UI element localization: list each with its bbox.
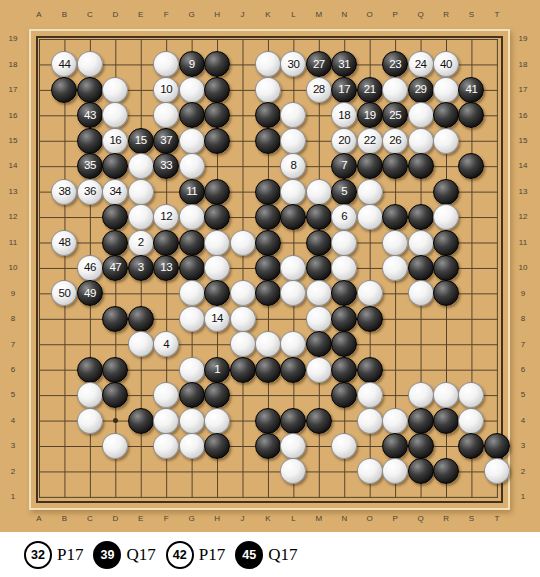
black-stone-O6	[357, 357, 383, 383]
column-label-bottom-K: K	[255, 514, 280, 523]
column-labels-bottom: ABCDEFGHJKLMNOPQRST	[26, 514, 509, 523]
column-label-top-T: T	[484, 10, 509, 19]
black-stone-O17: 21	[357, 77, 383, 103]
caption-move-32-coord: P17	[57, 545, 83, 565]
go-board: 4493027312324401028172129414318192516153…	[26, 26, 509, 509]
white-stone-C13: 36	[77, 179, 103, 205]
caption-move-45-stone: 45	[235, 541, 263, 569]
caption-move-42-stone: 42	[166, 541, 194, 569]
row-label-right-16: 16	[512, 103, 534, 128]
white-stone-M6	[306, 357, 332, 383]
black-stone-P18: 23	[382, 51, 408, 77]
column-label-bottom-F: F	[153, 514, 178, 523]
column-label-bottom-B: B	[52, 514, 77, 523]
black-stone-K4	[255, 408, 281, 434]
white-stone-L9	[280, 280, 306, 306]
black-stone-P3	[382, 433, 408, 459]
white-stone-D13: 34	[102, 179, 128, 205]
row-label-left-4: 4	[2, 408, 24, 433]
black-stone-G5	[179, 382, 205, 408]
row-label-right-17: 17	[512, 77, 534, 102]
black-stone-M10	[306, 255, 332, 281]
column-label-top-B: B	[52, 10, 77, 19]
white-stone-G15	[179, 128, 205, 154]
black-stone-Q2	[408, 458, 434, 484]
black-stone-F10: 13	[153, 255, 179, 281]
white-stone-H8: 14	[204, 306, 230, 332]
white-stone-M8	[306, 306, 332, 332]
white-stone-E13	[128, 179, 154, 205]
black-stone-L4	[280, 408, 306, 434]
caption-move-45-coord: Q17	[268, 545, 297, 565]
black-stone-E15: 15	[128, 128, 154, 154]
white-stone-L15	[280, 128, 306, 154]
black-stone-R13	[433, 179, 459, 205]
black-stone-H16	[204, 102, 230, 128]
black-stone-N18: 31	[331, 51, 357, 77]
black-stone-N17: 17	[331, 77, 357, 103]
white-stone-M17: 28	[306, 77, 332, 103]
row-label-right-15: 15	[512, 128, 534, 153]
row-label-left-6: 6	[2, 357, 24, 382]
black-stone-D10: 47	[102, 255, 128, 281]
white-stone-O9	[357, 280, 383, 306]
white-stone-H11	[204, 230, 230, 256]
column-label-top-A: A	[26, 10, 51, 19]
black-stone-T3	[484, 433, 510, 459]
black-stone-L6	[280, 357, 306, 383]
black-stone-M4	[306, 408, 332, 434]
black-stone-Q12	[408, 204, 434, 230]
white-stone-Q15	[408, 128, 434, 154]
white-stone-R15	[433, 128, 459, 154]
row-label-left-17: 17	[2, 77, 24, 102]
black-stone-N14: 7	[331, 153, 357, 179]
white-stone-N12: 6	[331, 204, 357, 230]
column-label-bottom-Q: Q	[408, 514, 433, 523]
row-label-left-5: 5	[2, 382, 24, 407]
row-label-left-18: 18	[2, 52, 24, 77]
black-stone-M12	[306, 204, 332, 230]
black-stone-N6	[331, 357, 357, 383]
white-stone-Q16	[408, 102, 434, 128]
black-stone-K15	[255, 128, 281, 154]
white-stone-T2	[484, 458, 510, 484]
white-stone-R17	[433, 77, 459, 103]
black-stone-N9	[331, 280, 357, 306]
white-stone-P2	[382, 458, 408, 484]
black-stone-G13: 11	[179, 179, 205, 205]
black-stone-O8	[357, 306, 383, 332]
white-stone-M9	[306, 280, 332, 306]
black-stone-N5	[331, 382, 357, 408]
column-label-top-R: R	[433, 10, 458, 19]
column-label-bottom-O: O	[357, 514, 382, 523]
black-stone-R10	[433, 255, 459, 281]
black-stone-N8	[331, 306, 357, 332]
row-label-right-19: 19	[512, 26, 534, 51]
black-stone-H3	[204, 433, 230, 459]
black-stone-O16: 19	[357, 102, 383, 128]
white-stone-D17	[102, 77, 128, 103]
column-label-bottom-M: M	[306, 514, 331, 523]
black-stone-D11	[102, 230, 128, 256]
row-label-left-10: 10	[2, 255, 24, 280]
column-label-top-O: O	[357, 10, 382, 19]
caption-move-39-stone: 39	[93, 541, 121, 569]
column-label-top-E: E	[128, 10, 153, 19]
row-label-right-12: 12	[512, 204, 534, 229]
column-label-bottom-P: P	[382, 514, 407, 523]
white-stone-E12	[128, 204, 154, 230]
white-stone-L18: 30	[280, 51, 306, 77]
column-label-bottom-D: D	[103, 514, 128, 523]
black-stone-C15	[77, 128, 103, 154]
row-label-right-4: 4	[512, 408, 534, 433]
white-stone-S5	[458, 382, 484, 408]
column-label-bottom-L: L	[281, 514, 306, 523]
white-stone-G4	[179, 408, 205, 434]
white-stone-L7	[280, 331, 306, 357]
white-stone-C18	[77, 51, 103, 77]
column-label-bottom-A: A	[26, 514, 51, 523]
white-stone-P4	[382, 408, 408, 434]
white-stone-Q11	[408, 230, 434, 256]
black-stone-L12	[280, 204, 306, 230]
black-stone-Q10	[408, 255, 434, 281]
black-stone-K3	[255, 433, 281, 459]
row-label-right-7: 7	[512, 332, 534, 357]
move-caption: 32P1739Q1742P1745Q17	[0, 532, 540, 577]
black-stone-G11	[179, 230, 205, 256]
caption-move-32-stone: 32	[24, 541, 52, 569]
black-stone-O14	[357, 153, 383, 179]
white-stone-R18: 40	[433, 51, 459, 77]
column-label-top-N: N	[332, 10, 357, 19]
white-stone-B9: 50	[51, 280, 77, 306]
black-stone-R16	[433, 102, 459, 128]
white-stone-G6	[179, 357, 205, 383]
column-label-bottom-N: N	[332, 514, 357, 523]
white-stone-P15: 26	[382, 128, 408, 154]
row-label-right-2: 2	[512, 459, 534, 484]
white-stone-O5	[357, 382, 383, 408]
white-stone-K18	[255, 51, 281, 77]
row-label-left-12: 12	[2, 204, 24, 229]
row-labels-left: 19181716151413121110987654321	[2, 26, 24, 509]
row-label-left-3: 3	[2, 433, 24, 458]
row-label-right-11: 11	[512, 230, 534, 255]
black-stone-M11	[306, 230, 332, 256]
white-stone-F17: 10	[153, 77, 179, 103]
column-label-bottom-R: R	[433, 514, 458, 523]
caption-move-39-coord: Q17	[126, 545, 155, 565]
white-stone-N3	[331, 433, 357, 459]
column-label-top-J: J	[230, 10, 255, 19]
black-stone-D8	[102, 306, 128, 332]
white-stone-F3	[153, 433, 179, 459]
black-stone-S17: 41	[458, 77, 484, 103]
row-label-left-7: 7	[2, 332, 24, 357]
white-stone-O2	[357, 458, 383, 484]
black-stone-E4	[128, 408, 154, 434]
row-label-left-9: 9	[2, 281, 24, 306]
white-stone-H10	[204, 255, 230, 281]
black-stone-D5	[102, 382, 128, 408]
row-label-right-14: 14	[512, 153, 534, 178]
row-label-left-19: 19	[2, 26, 24, 51]
row-label-right-1: 1	[512, 484, 534, 509]
caption-move-42-coord: P17	[199, 545, 225, 565]
black-stone-H15	[204, 128, 230, 154]
column-label-top-P: P	[382, 10, 407, 19]
white-stone-N11	[331, 230, 357, 256]
column-label-top-Q: Q	[408, 10, 433, 19]
black-stone-B17	[51, 77, 77, 103]
black-stone-K11	[255, 230, 281, 256]
black-stone-N7	[331, 331, 357, 357]
black-stone-S16	[458, 102, 484, 128]
white-stone-O13	[357, 179, 383, 205]
white-stone-F16	[153, 102, 179, 128]
white-stone-G12	[179, 204, 205, 230]
white-stone-E14	[128, 153, 154, 179]
row-label-right-8: 8	[512, 306, 534, 331]
white-stone-L2	[280, 458, 306, 484]
column-label-top-L: L	[281, 10, 306, 19]
white-stone-G14	[179, 153, 205, 179]
black-stone-E8	[128, 306, 154, 332]
white-stone-L10	[280, 255, 306, 281]
black-stone-D6	[102, 357, 128, 383]
black-stone-M7	[306, 331, 332, 357]
column-labels-top: ABCDEFGHJKLMNOPQRST	[26, 10, 509, 19]
column-label-top-H: H	[204, 10, 229, 19]
white-stone-C4	[77, 408, 103, 434]
column-label-bottom-G: G	[179, 514, 204, 523]
column-label-top-S: S	[459, 10, 484, 19]
white-stone-J7	[230, 331, 256, 357]
white-stone-R5	[433, 382, 459, 408]
black-stone-K13	[255, 179, 281, 205]
white-stone-R12	[433, 204, 459, 230]
black-stone-C17	[77, 77, 103, 103]
column-label-bottom-E: E	[128, 514, 153, 523]
white-stone-D16	[102, 102, 128, 128]
white-stone-P17	[382, 77, 408, 103]
white-stone-F18	[153, 51, 179, 77]
black-stone-F15: 37	[153, 128, 179, 154]
black-stone-G10	[179, 255, 205, 281]
row-label-left-1: 1	[2, 484, 24, 509]
white-stone-F5	[153, 382, 179, 408]
white-stone-S4	[458, 408, 484, 434]
column-label-bottom-C: C	[77, 514, 102, 523]
row-label-right-13: 13	[512, 179, 534, 204]
black-stone-H13	[204, 179, 230, 205]
white-stone-L3	[280, 433, 306, 459]
black-stone-E10: 3	[128, 255, 154, 281]
black-stone-K16	[255, 102, 281, 128]
black-stone-C6	[77, 357, 103, 383]
white-stone-J8	[230, 306, 256, 332]
row-label-left-8: 8	[2, 306, 24, 331]
black-stone-J6	[230, 357, 256, 383]
white-stone-E7	[128, 331, 154, 357]
black-stone-H18	[204, 51, 230, 77]
white-stone-O4	[357, 408, 383, 434]
column-label-top-C: C	[77, 10, 102, 19]
white-stone-L16	[280, 102, 306, 128]
black-stone-C9: 49	[77, 280, 103, 306]
white-stone-D3	[102, 433, 128, 459]
black-stone-N13: 5	[331, 179, 357, 205]
go-diagram: ABCDEFGHJKLMNOPQRST ABCDEFGHJKLMNOPQRST …	[0, 0, 540, 577]
black-stone-R9	[433, 280, 459, 306]
black-stone-P14	[382, 153, 408, 179]
white-stone-O12	[357, 204, 383, 230]
row-label-left-11: 11	[2, 230, 24, 255]
white-stone-L13	[280, 179, 306, 205]
column-label-top-M: M	[306, 10, 331, 19]
white-stone-J9	[230, 280, 256, 306]
white-stone-G3	[179, 433, 205, 459]
row-labels-right: 19181716151413121110987654321	[512, 26, 534, 509]
black-stone-K12	[255, 204, 281, 230]
white-stone-N16: 18	[331, 102, 357, 128]
white-stone-F4	[153, 408, 179, 434]
column-label-top-G: G	[179, 10, 204, 19]
black-stone-F14: 33	[153, 153, 179, 179]
black-stone-K10	[255, 255, 281, 281]
row-label-left-16: 16	[2, 103, 24, 128]
white-stone-D15: 16	[102, 128, 128, 154]
black-stone-Q4	[408, 408, 434, 434]
row-label-left-14: 14	[2, 153, 24, 178]
white-stone-L14: 8	[280, 153, 306, 179]
column-label-bottom-J: J	[230, 514, 255, 523]
white-stone-G9	[179, 280, 205, 306]
white-stone-G8	[179, 306, 205, 332]
black-stone-Q17: 29	[408, 77, 434, 103]
white-stone-F7: 4	[153, 331, 179, 357]
black-stone-H6: 1	[204, 357, 230, 383]
white-stone-F12: 12	[153, 204, 179, 230]
black-stone-G18: 9	[179, 51, 205, 77]
black-stone-S3	[458, 433, 484, 459]
white-stone-G17	[179, 77, 205, 103]
white-stone-Q5	[408, 382, 434, 408]
black-stone-R4	[433, 408, 459, 434]
column-label-bottom-S: S	[459, 514, 484, 523]
white-stone-J11	[230, 230, 256, 256]
black-stone-F11	[153, 230, 179, 256]
black-stone-M18: 27	[306, 51, 332, 77]
row-label-right-18: 18	[512, 52, 534, 77]
black-stone-D12	[102, 204, 128, 230]
row-label-right-6: 6	[512, 357, 534, 382]
black-stone-P12	[382, 204, 408, 230]
white-stone-P11	[382, 230, 408, 256]
row-label-right-9: 9	[512, 281, 534, 306]
row-label-right-3: 3	[512, 433, 534, 458]
black-stone-Q14	[408, 153, 434, 179]
white-stone-M13	[306, 179, 332, 205]
black-stone-G16	[179, 102, 205, 128]
black-stone-C16: 43	[77, 102, 103, 128]
white-stone-Q18: 24	[408, 51, 434, 77]
white-stone-B18: 44	[51, 51, 77, 77]
black-stone-P16: 25	[382, 102, 408, 128]
column-label-top-D: D	[103, 10, 128, 19]
black-stone-R2	[433, 458, 459, 484]
column-label-bottom-H: H	[204, 514, 229, 523]
row-label-left-13: 13	[2, 179, 24, 204]
row-label-right-10: 10	[512, 255, 534, 280]
row-label-left-2: 2	[2, 459, 24, 484]
column-label-top-F: F	[153, 10, 178, 19]
black-stone-K9	[255, 280, 281, 306]
row-label-right-5: 5	[512, 382, 534, 407]
column-label-top-K: K	[255, 10, 280, 19]
white-stone-B11: 48	[51, 230, 77, 256]
white-stone-N15: 20	[331, 128, 357, 154]
black-stone-H5	[204, 382, 230, 408]
black-stone-S14	[458, 153, 484, 179]
white-stone-P10	[382, 255, 408, 281]
black-stone-C14: 35	[77, 153, 103, 179]
black-stone-H12	[204, 204, 230, 230]
white-stone-B13: 38	[51, 179, 77, 205]
white-stone-N10	[331, 255, 357, 281]
black-stone-D14	[102, 153, 128, 179]
white-stone-H4	[204, 408, 230, 434]
black-stone-H9	[204, 280, 230, 306]
row-label-left-15: 15	[2, 128, 24, 153]
white-stone-Q9	[408, 280, 434, 306]
white-stone-E11: 2	[128, 230, 154, 256]
black-stone-R11	[433, 230, 459, 256]
white-stone-C10: 46	[77, 255, 103, 281]
black-stone-K6	[255, 357, 281, 383]
white-stone-K7	[255, 331, 281, 357]
black-stone-H17	[204, 77, 230, 103]
white-stone-C5	[77, 382, 103, 408]
black-stone-Q3	[408, 433, 434, 459]
white-stone-O15: 22	[357, 128, 383, 154]
column-label-bottom-T: T	[484, 514, 509, 523]
white-stone-K17	[255, 77, 281, 103]
